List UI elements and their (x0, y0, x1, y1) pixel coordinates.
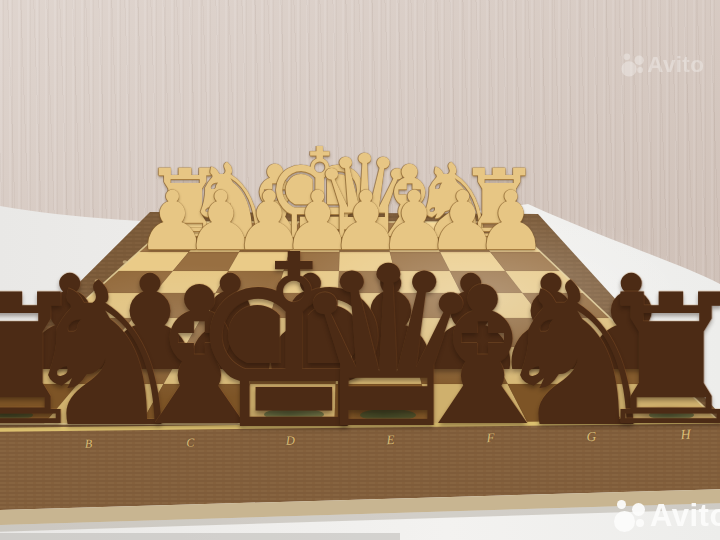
avito-logo-icon (612, 499, 648, 533)
border-rank-mark (66, 299, 71, 302)
avito-watermark-top: Avito (620, 52, 704, 78)
chess-board-photo: ♜♞♝♚♛♝♞♜♟♟♟♟♟♟♟♟♟♟♟♟♟♟♟♟♜♞♝♚♛♝♞♜ BCDEFGH… (0, 0, 720, 540)
border-rank-mark (123, 260, 128, 263)
board-and-table-graphic (0, 0, 720, 540)
border-rank-mark (155, 241, 160, 244)
border-rank-mark (38, 320, 43, 323)
border-rank-mark (9, 342, 14, 345)
avito-watermark-bottom: Avito (612, 498, 720, 534)
avito-logo-icon (620, 53, 646, 77)
avito-watermark-text: Avito (647, 52, 704, 78)
square-c8 (248, 222, 298, 236)
border-rank-mark (95, 279, 100, 282)
avito-watermark-text: Avito (650, 498, 720, 534)
square-c7 (239, 236, 294, 252)
square-e1 (335, 384, 432, 424)
